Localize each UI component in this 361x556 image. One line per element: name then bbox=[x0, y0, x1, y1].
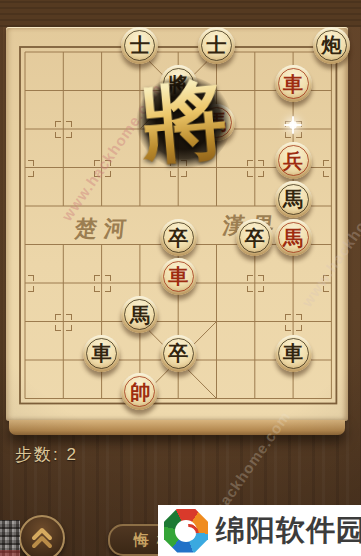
watermark-site-box: 绵阳软件园 bbox=[158, 505, 361, 556]
piece-black-advisor[interactable]: 士 bbox=[198, 27, 235, 64]
piece-red-horse[interactable]: 馬 bbox=[275, 219, 312, 256]
move-counter-label: 步数: bbox=[15, 445, 60, 464]
qr-fragment bbox=[0, 520, 20, 556]
piece-character: 帥 bbox=[121, 373, 158, 410]
piece-black-chariot[interactable]: 車 bbox=[275, 335, 312, 372]
piece-character: 卒 bbox=[160, 219, 197, 256]
piece-character: 炮 bbox=[313, 27, 350, 64]
piece-character: 馬 bbox=[275, 181, 312, 218]
piece-black-cannon[interactable]: 炮 bbox=[313, 27, 350, 64]
piece-character: 車 bbox=[83, 335, 120, 372]
piece-character: 馬 bbox=[121, 296, 158, 333]
piece-black-soldier[interactable]: 卒 bbox=[236, 219, 273, 256]
chevron-up-icon bbox=[29, 526, 55, 550]
piece-black-horse[interactable]: 馬 bbox=[275, 181, 312, 218]
piece-character: 車 bbox=[275, 335, 312, 372]
piece-red-soldier[interactable]: 兵 bbox=[275, 142, 312, 179]
piece-red-general[interactable]: 帥 bbox=[121, 373, 158, 410]
piece-character: 兵 bbox=[275, 142, 312, 179]
river-label-left: 楚河 bbox=[73, 214, 134, 244]
piece-black-soldier[interactable]: 卒 bbox=[160, 219, 197, 256]
game-screen: 楚河 漢界 www.hackhome.com www.hackhome.com … bbox=[0, 0, 361, 556]
move-counter-value: 2 bbox=[66, 445, 77, 464]
piece-character: 卒 bbox=[236, 219, 273, 256]
piece-character: 卒 bbox=[160, 335, 197, 372]
piece-black-soldier[interactable]: 卒 bbox=[160, 335, 197, 372]
piece-black-horse[interactable]: 馬 bbox=[121, 296, 158, 333]
piece-red-chariot[interactable]: 車 bbox=[160, 258, 197, 295]
piece-character: 士 bbox=[121, 27, 158, 64]
site-logo-icon bbox=[164, 509, 208, 553]
piece-red-chariot[interactable]: 車 bbox=[275, 65, 312, 102]
piece-black-advisor[interactable]: 士 bbox=[121, 27, 158, 64]
piece-character: 車 bbox=[275, 65, 312, 102]
site-name: 绵阳软件园 bbox=[216, 511, 361, 551]
piece-black-chariot[interactable]: 車 bbox=[83, 335, 120, 372]
piece-character: 士 bbox=[198, 27, 235, 64]
check-text: 將 bbox=[127, 63, 240, 182]
move-counter: 步数: 2 bbox=[15, 443, 78, 466]
piece-character: 車 bbox=[160, 258, 197, 295]
expand-button[interactable] bbox=[19, 515, 65, 556]
piece-character: 馬 bbox=[275, 219, 312, 256]
